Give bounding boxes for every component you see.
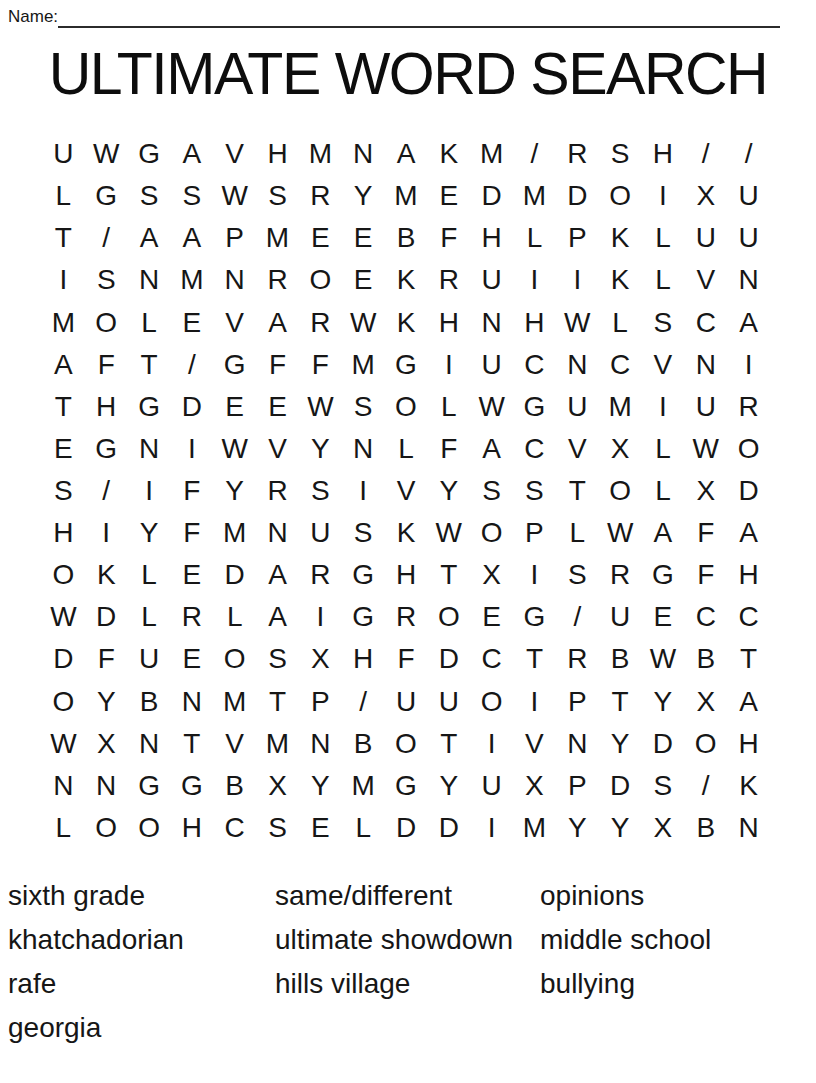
grid-cell-r12c13[interactable]: / <box>556 596 599 638</box>
grid-cell-r1c16[interactable]: / <box>684 133 727 175</box>
grid-cell-r3c12[interactable]: L <box>513 217 556 259</box>
grid-cell-r12c7[interactable]: I <box>299 596 342 638</box>
grid-cell-r2c10[interactable]: E <box>427 175 470 217</box>
grid-cell-r16c3[interactable]: G <box>128 765 171 807</box>
grid-cell-r9c6[interactable]: R <box>256 470 299 512</box>
grid-cell-r5c15[interactable]: S <box>642 301 685 343</box>
grid-cell-r1c3[interactable]: G <box>128 133 171 175</box>
grid-cell-r11c10[interactable]: T <box>427 554 470 596</box>
grid-cell-r9c14[interactable]: O <box>599 470 642 512</box>
grid-cell-r10c1[interactable]: H <box>42 512 85 554</box>
grid-cell-r17c9[interactable]: D <box>385 807 428 849</box>
word-item-rafe: rafe <box>8 962 184 1006</box>
grid-cell-r11c16[interactable]: F <box>684 554 727 596</box>
grid-cell-r5c17[interactable]: A <box>727 301 770 343</box>
grid-cell-r10c14[interactable]: W <box>599 512 642 554</box>
grid-cell-r15c6[interactable]: M <box>256 723 299 765</box>
grid-cell-r5c14[interactable]: L <box>599 301 642 343</box>
grid-cell-r17c10[interactable]: D <box>427 807 470 849</box>
grid-cell-r2c17[interactable]: U <box>727 175 770 217</box>
grid-cell-r6c14[interactable]: C <box>599 344 642 386</box>
grid-cell-r17c4[interactable]: H <box>170 807 213 849</box>
grid-cell-r3c8[interactable]: E <box>342 217 385 259</box>
grid-cell-r4c17[interactable]: N <box>727 259 770 301</box>
grid-cell-r10c6[interactable]: N <box>256 512 299 554</box>
grid-cell-r10c7[interactable]: U <box>299 512 342 554</box>
grid-cell-r16c9[interactable]: G <box>385 765 428 807</box>
grid-cell-r1c7[interactable]: M <box>299 133 342 175</box>
grid-cell-r3c7[interactable]: E <box>299 217 342 259</box>
grid-cell-r17c17[interactable]: N <box>727 807 770 849</box>
grid-cell-r4c12[interactable]: I <box>513 259 556 301</box>
grid-cell-r10c3[interactable]: Y <box>128 512 171 554</box>
grid-cell-r6c6[interactable]: F <box>256 344 299 386</box>
grid-cell-r7c9[interactable]: O <box>385 386 428 428</box>
word-item-middle-school: middle school <box>540 918 711 962</box>
grid-cell-r15c13[interactable]: N <box>556 723 599 765</box>
grid-cell-r7c6[interactable]: E <box>256 386 299 428</box>
grid-cell-r2c1[interactable]: L <box>42 175 85 217</box>
grid-cell-r1c5[interactable]: V <box>213 133 256 175</box>
grid-cell-r13c3[interactable]: U <box>128 638 171 680</box>
grid-cell-r14c5[interactable]: M <box>213 681 256 723</box>
grid-cell-r9c10[interactable]: Y <box>427 470 470 512</box>
grid-cell-r7c2[interactable]: H <box>85 386 128 428</box>
word-item-bullying: bullying <box>540 962 711 1006</box>
grid-cell-r5c4[interactable]: E <box>170 301 213 343</box>
grid-cell-r14c12[interactable]: I <box>513 681 556 723</box>
grid-cell-r2c14[interactable]: O <box>599 175 642 217</box>
grid-cell-r14c7[interactable]: P <box>299 681 342 723</box>
grid-cell-r11c11[interactable]: X <box>470 554 513 596</box>
grid-cell-r3c4[interactable]: A <box>170 217 213 259</box>
grid-cell-r16c15[interactable]: S <box>642 765 685 807</box>
grid-cell-r12c9[interactable]: R <box>385 596 428 638</box>
grid-cell-r11c6[interactable]: A <box>256 554 299 596</box>
grid-cell-r13c16[interactable]: B <box>684 638 727 680</box>
grid-cell-r14c2[interactable]: Y <box>85 681 128 723</box>
grid-cell-r6c3[interactable]: T <box>128 344 171 386</box>
grid-cell-r15c11[interactable]: I <box>470 723 513 765</box>
grid-cell-r4c8[interactable]: E <box>342 259 385 301</box>
grid-cell-r9c11[interactable]: S <box>470 470 513 512</box>
grid-cell-r11c4[interactable]: E <box>170 554 213 596</box>
grid-cell-r16c8[interactable]: M <box>342 765 385 807</box>
grid-cell-r12c8[interactable]: G <box>342 596 385 638</box>
grid-cell-r6c9[interactable]: G <box>385 344 428 386</box>
grid-cell-r11c2[interactable]: K <box>85 554 128 596</box>
grid-cell-r12c4[interactable]: R <box>170 596 213 638</box>
grid-cell-r10c4[interactable]: F <box>170 512 213 554</box>
grid-cell-r13c10[interactable]: D <box>427 638 470 680</box>
grid-cell-r12c12[interactable]: G <box>513 596 556 638</box>
grid-cell-r14c1[interactable]: O <box>42 681 85 723</box>
grid-cell-r5c7[interactable]: R <box>299 301 342 343</box>
grid-cell-r4c13[interactable]: I <box>556 259 599 301</box>
grid-cell-r4c4[interactable]: M <box>170 259 213 301</box>
grid-cell-r13c9[interactable]: F <box>385 638 428 680</box>
grid-cell-r2c9[interactable]: M <box>385 175 428 217</box>
grid-cell-r12c15[interactable]: E <box>642 596 685 638</box>
grid-cell-r6c17[interactable]: I <box>727 344 770 386</box>
grid-cell-r17c2[interactable]: O <box>85 807 128 849</box>
grid-cell-r6c8[interactable]: M <box>342 344 385 386</box>
grid-cell-r1c6[interactable]: H <box>256 133 299 175</box>
grid-cell-r14c4[interactable]: N <box>170 681 213 723</box>
grid-cell-r13c15[interactable]: W <box>642 638 685 680</box>
grid-cell-r14c8[interactable]: / <box>342 681 385 723</box>
grid-cell-r13c7[interactable]: X <box>299 638 342 680</box>
grid-cell-r15c10[interactable]: T <box>427 723 470 765</box>
grid-cell-r10c17[interactable]: A <box>727 512 770 554</box>
grid-cell-r14c11[interactable]: O <box>470 681 513 723</box>
grid-cell-r13c4[interactable]: E <box>170 638 213 680</box>
grid-cell-r3c9[interactable]: B <box>385 217 428 259</box>
grid-cell-r12c3[interactable]: L <box>128 596 171 638</box>
grid-cell-r7c12[interactable]: G <box>513 386 556 428</box>
grid-cell-r4c7[interactable]: O <box>299 259 342 301</box>
grid-cell-r14c14[interactable]: T <box>599 681 642 723</box>
grid-cell-r14c3[interactable]: B <box>128 681 171 723</box>
grid-cell-r3c16[interactable]: U <box>684 217 727 259</box>
grid-cell-r16c12[interactable]: X <box>513 765 556 807</box>
grid-cell-r6c2[interactable]: F <box>85 344 128 386</box>
grid-cell-r5c1[interactable]: M <box>42 301 85 343</box>
grid-cell-r1c4[interactable]: A <box>170 133 213 175</box>
grid-cell-r1c11[interactable]: M <box>470 133 513 175</box>
word-item-khatchadorian: khatchadorian <box>8 918 184 962</box>
grid-cell-r4c9[interactable]: K <box>385 259 428 301</box>
grid-cell-r1c9[interactable]: A <box>385 133 428 175</box>
grid-cell-r6c5[interactable]: G <box>213 344 256 386</box>
grid-cell-r13c6[interactable]: S <box>256 638 299 680</box>
grid-cell-r17c13[interactable]: Y <box>556 807 599 849</box>
grid-cell-r8c15[interactable]: L <box>642 428 685 470</box>
grid-cell-r4c15[interactable]: L <box>642 259 685 301</box>
grid-cell-r3c10[interactable]: F <box>427 217 470 259</box>
grid-cell-r10c9[interactable]: K <box>385 512 428 554</box>
word-search-grid: UWGAVHMNAKM/RSH//LGSSWSRYMEDMDOIXUT/AAPM… <box>42 133 770 849</box>
grid-cell-r17c7[interactable]: E <box>299 807 342 849</box>
grid-cell-r14c9[interactable]: U <box>385 681 428 723</box>
grid-cell-r7c7[interactable]: W <box>299 386 342 428</box>
grid-cell-r6c16[interactable]: N <box>684 344 727 386</box>
grid-cell-r8c6[interactable]: V <box>256 428 299 470</box>
grid-cell-r10c5[interactable]: M <box>213 512 256 554</box>
grid-cell-r4c16[interactable]: V <box>684 259 727 301</box>
grid-cell-r13c8[interactable]: H <box>342 638 385 680</box>
grid-cell-r15c17[interactable]: H <box>727 723 770 765</box>
grid-cell-r7c11[interactable]: W <box>470 386 513 428</box>
grid-cell-r16c7[interactable]: Y <box>299 765 342 807</box>
grid-cell-r5c11[interactable]: N <box>470 301 513 343</box>
grid-cell-r9c9[interactable]: V <box>385 470 428 512</box>
grid-cell-r5c9[interactable]: K <box>385 301 428 343</box>
grid-cell-r2c15[interactable]: I <box>642 175 685 217</box>
grid-cell-r8c17[interactable]: O <box>727 428 770 470</box>
grid-cell-r13c11[interactable]: C <box>470 638 513 680</box>
grid-cell-r14c17[interactable]: A <box>727 681 770 723</box>
grid-cell-r8c14[interactable]: X <box>599 428 642 470</box>
grid-cell-r9c7[interactable]: S <box>299 470 342 512</box>
grid-cell-r16c13[interactable]: P <box>556 765 599 807</box>
grid-cell-r8c16[interactable]: W <box>684 428 727 470</box>
grid-cell-r7c1[interactable]: T <box>42 386 85 428</box>
grid-cell-r12c14[interactable]: U <box>599 596 642 638</box>
grid-cell-r9c13[interactable]: T <box>556 470 599 512</box>
grid-cell-r5c16[interactable]: C <box>684 301 727 343</box>
grid-cell-r13c12[interactable]: T <box>513 638 556 680</box>
grid-cell-r17c8[interactable]: L <box>342 807 385 849</box>
grid-cell-r8c11[interactable]: A <box>470 428 513 470</box>
grid-cell-r7c15[interactable]: I <box>642 386 685 428</box>
grid-cell-r15c4[interactable]: T <box>170 723 213 765</box>
grid-cell-r12c11[interactable]: E <box>470 596 513 638</box>
grid-cell-r10c15[interactable]: A <box>642 512 685 554</box>
grid-cell-r8c5[interactable]: W <box>213 428 256 470</box>
grid-cell-r4c10[interactable]: R <box>427 259 470 301</box>
grid-cell-r1c15[interactable]: H <box>642 133 685 175</box>
grid-cell-r3c1[interactable]: T <box>42 217 85 259</box>
grid-cell-r15c1[interactable]: W <box>42 723 85 765</box>
grid-cell-r7c17[interactable]: R <box>727 386 770 428</box>
grid-cell-r11c3[interactable]: L <box>128 554 171 596</box>
grid-cell-r3c14[interactable]: K <box>599 217 642 259</box>
grid-cell-r7c4[interactable]: D <box>170 386 213 428</box>
grid-cell-r8c10[interactable]: F <box>427 428 470 470</box>
grid-cell-r8c12[interactable]: C <box>513 428 556 470</box>
grid-cell-r12c17[interactable]: C <box>727 596 770 638</box>
grid-cell-r17c12[interactable]: M <box>513 807 556 849</box>
grid-cell-r3c17[interactable]: U <box>727 217 770 259</box>
grid-cell-r11c8[interactable]: G <box>342 554 385 596</box>
grid-cell-r10c13[interactable]: L <box>556 512 599 554</box>
grid-cell-r9c15[interactable]: L <box>642 470 685 512</box>
grid-cell-r6c15[interactable]: V <box>642 344 685 386</box>
grid-cell-r3c15[interactable]: L <box>642 217 685 259</box>
grid-cell-r13c17[interactable]: T <box>727 638 770 680</box>
grid-cell-r16c2[interactable]: N <box>85 765 128 807</box>
grid-cell-r9c1[interactable]: S <box>42 470 85 512</box>
grid-cell-r15c5[interactable]: V <box>213 723 256 765</box>
grid-cell-r5c8[interactable]: W <box>342 301 385 343</box>
grid-cell-r12c10[interactable]: O <box>427 596 470 638</box>
grid-cell-r5c12[interactable]: H <box>513 301 556 343</box>
grid-cell-r5c2[interactable]: O <box>85 301 128 343</box>
grid-cell-r13c1[interactable]: D <box>42 638 85 680</box>
grid-cell-r6c7[interactable]: F <box>299 344 342 386</box>
grid-cell-r6c12[interactable]: C <box>513 344 556 386</box>
grid-cell-r11c14[interactable]: R <box>599 554 642 596</box>
grid-cell-r11c7[interactable]: R <box>299 554 342 596</box>
grid-cell-r6c10[interactable]: I <box>427 344 470 386</box>
grid-cell-r16c10[interactable]: Y <box>427 765 470 807</box>
grid-cell-r4c2[interactable]: S <box>85 259 128 301</box>
grid-cell-r17c6[interactable]: S <box>256 807 299 849</box>
grid-cell-r8c2[interactable]: G <box>85 428 128 470</box>
grid-cell-r15c15[interactable]: D <box>642 723 685 765</box>
grid-cell-r15c8[interactable]: B <box>342 723 385 765</box>
word-list-column-2: same/different ultimate showdown hills v… <box>275 874 513 1006</box>
grid-cell-r3c6[interactable]: M <box>256 217 299 259</box>
grid-cell-r15c2[interactable]: X <box>85 723 128 765</box>
grid-cell-r17c14[interactable]: Y <box>599 807 642 849</box>
grid-cell-r6c11[interactable]: U <box>470 344 513 386</box>
word-list-column-3: opinions middle school bullying <box>540 874 711 1006</box>
grid-cell-r17c16[interactable]: B <box>684 807 727 849</box>
grid-cell-r11c5[interactable]: D <box>213 554 256 596</box>
grid-cell-r7c13[interactable]: U <box>556 386 599 428</box>
grid-cell-r15c16[interactable]: O <box>684 723 727 765</box>
grid-cell-r1c13[interactable]: R <box>556 133 599 175</box>
grid-cell-r12c5[interactable]: L <box>213 596 256 638</box>
grid-cell-r1c14[interactable]: S <box>599 133 642 175</box>
grid-cell-r5c10[interactable]: H <box>427 301 470 343</box>
grid-cell-r11c12[interactable]: I <box>513 554 556 596</box>
grid-cell-r8c4[interactable]: I <box>170 428 213 470</box>
grid-cell-r4c1[interactable]: I <box>42 259 85 301</box>
grid-cell-r6c4[interactable]: / <box>170 344 213 386</box>
grid-cell-r2c4[interactable]: S <box>170 175 213 217</box>
grid-cell-r7c3[interactable]: G <box>128 386 171 428</box>
grid-cell-r10c8[interactable]: S <box>342 512 385 554</box>
grid-cell-r2c5[interactable]: W <box>213 175 256 217</box>
name-label: Name: <box>8 7 58 27</box>
grid-cell-r17c11[interactable]: I <box>470 807 513 849</box>
grid-cell-r14c10[interactable]: U <box>427 681 470 723</box>
grid-cell-r1c1[interactable]: U <box>42 133 85 175</box>
grid-cell-r3c3[interactable]: A <box>128 217 171 259</box>
grid-cell-r2c12[interactable]: M <box>513 175 556 217</box>
grid-cell-r7c14[interactable]: M <box>599 386 642 428</box>
grid-cell-r10c10[interactable]: W <box>427 512 470 554</box>
grid-cell-r8c7[interactable]: Y <box>299 428 342 470</box>
grid-cell-r9c2[interactable]: / <box>85 470 128 512</box>
grid-cell-r17c1[interactable]: L <box>42 807 85 849</box>
grid-cell-r1c8[interactable]: N <box>342 133 385 175</box>
grid-cell-r2c7[interactable]: R <box>299 175 342 217</box>
grid-cell-r1c17[interactable]: / <box>727 133 770 175</box>
grid-cell-r1c10[interactable]: K <box>427 133 470 175</box>
grid-cell-r8c9[interactable]: L <box>385 428 428 470</box>
grid-cell-r6c13[interactable]: N <box>556 344 599 386</box>
grid-cell-r17c5[interactable]: C <box>213 807 256 849</box>
grid-cell-r9c16[interactable]: X <box>684 470 727 512</box>
grid-cell-r6c1[interactable]: A <box>42 344 85 386</box>
grid-cell-r1c2[interactable]: W <box>85 133 128 175</box>
grid-cell-r5c3[interactable]: L <box>128 301 171 343</box>
grid-cell-r11c17[interactable]: H <box>727 554 770 596</box>
grid-cell-r13c14[interactable]: B <box>599 638 642 680</box>
grid-cell-r10c16[interactable]: F <box>684 512 727 554</box>
grid-cell-r14c15[interactable]: Y <box>642 681 685 723</box>
grid-cell-r3c5[interactable]: P <box>213 217 256 259</box>
grid-cell-r9c5[interactable]: Y <box>213 470 256 512</box>
grid-cell-r3c13[interactable]: P <box>556 217 599 259</box>
grid-cell-r13c2[interactable]: F <box>85 638 128 680</box>
grid-cell-r16c5[interactable]: B <box>213 765 256 807</box>
grid-cell-r12c2[interactable]: D <box>85 596 128 638</box>
grid-cell-r3c11[interactable]: H <box>470 217 513 259</box>
grid-cell-r15c14[interactable]: Y <box>599 723 642 765</box>
grid-cell-r14c13[interactable]: P <box>556 681 599 723</box>
grid-cell-r15c3[interactable]: N <box>128 723 171 765</box>
grid-cell-r15c9[interactable]: O <box>385 723 428 765</box>
grid-cell-r9c17[interactable]: D <box>727 470 770 512</box>
grid-cell-r2c16[interactable]: X <box>684 175 727 217</box>
grid-cell-r8c8[interactable]: N <box>342 428 385 470</box>
grid-cell-r12c1[interactable]: W <box>42 596 85 638</box>
grid-cell-r14c6[interactable]: T <box>256 681 299 723</box>
grid-cell-r16c17[interactable]: K <box>727 765 770 807</box>
grid-cell-r7c16[interactable]: U <box>684 386 727 428</box>
grid-cell-r2c13[interactable]: D <box>556 175 599 217</box>
grid-cell-r5c5[interactable]: V <box>213 301 256 343</box>
grid-cell-r5c13[interactable]: W <box>556 301 599 343</box>
grid-cell-r9c3[interactable]: I <box>128 470 171 512</box>
grid-cell-r8c13[interactable]: V <box>556 428 599 470</box>
grid-cell-r9c8[interactable]: I <box>342 470 385 512</box>
name-blank-line <box>58 9 780 28</box>
grid-cell-r16c11[interactable]: U <box>470 765 513 807</box>
grid-cell-r7c10[interactable]: L <box>427 386 470 428</box>
grid-cell-r16c14[interactable]: D <box>599 765 642 807</box>
grid-cell-r17c15[interactable]: X <box>642 807 685 849</box>
grid-cell-r12c6[interactable]: A <box>256 596 299 638</box>
grid-cell-r2c3[interactable]: S <box>128 175 171 217</box>
grid-cell-r4c5[interactable]: N <box>213 259 256 301</box>
grid-cell-r10c12[interactable]: P <box>513 512 556 554</box>
grid-cell-r4c14[interactable]: K <box>599 259 642 301</box>
grid-cell-r11c15[interactable]: G <box>642 554 685 596</box>
grid-cell-r8c1[interactable]: E <box>42 428 85 470</box>
grid-cell-r4c6[interactable]: R <box>256 259 299 301</box>
grid-cell-r15c12[interactable]: V <box>513 723 556 765</box>
grid-cell-r2c11[interactable]: D <box>470 175 513 217</box>
grid-cell-r9c12[interactable]: S <box>513 470 556 512</box>
word-list-column-1: sixth grade khatchadorian rafe georgia <box>8 874 184 1050</box>
grid-cell-r11c9[interactable]: H <box>385 554 428 596</box>
grid-cell-r1c12[interactable]: / <box>513 133 556 175</box>
grid-cell-r16c1[interactable]: N <box>42 765 85 807</box>
grid-cell-r11c13[interactable]: S <box>556 554 599 596</box>
grid-cell-r15c7[interactable]: N <box>299 723 342 765</box>
grid-cell-r13c5[interactable]: O <box>213 638 256 680</box>
grid-cell-r3c2[interactable]: / <box>85 217 128 259</box>
grid-cell-r4c3[interactable]: N <box>128 259 171 301</box>
grid-cell-r17c3[interactable]: O <box>128 807 171 849</box>
grid-cell-r16c6[interactable]: X <box>256 765 299 807</box>
grid-cell-r2c8[interactable]: Y <box>342 175 385 217</box>
grid-cell-r4c11[interactable]: U <box>470 259 513 301</box>
grid-cell-r5c6[interactable]: A <box>256 301 299 343</box>
grid-cell-r9c4[interactable]: F <box>170 470 213 512</box>
grid-cell-r14c16[interactable]: X <box>684 681 727 723</box>
grid-cell-r2c6[interactable]: S <box>256 175 299 217</box>
word-item-same-different: same/different <box>275 874 513 918</box>
grid-cell-r16c16[interactable]: / <box>684 765 727 807</box>
grid-cell-r10c11[interactable]: O <box>470 512 513 554</box>
grid-cell-r12c16[interactable]: C <box>684 596 727 638</box>
grid-cell-r2c2[interactable]: G <box>85 175 128 217</box>
grid-cell-r8c3[interactable]: N <box>128 428 171 470</box>
grid-cell-r11c1[interactable]: O <box>42 554 85 596</box>
grid-cell-r7c5[interactable]: E <box>213 386 256 428</box>
grid-cell-r13c13[interactable]: R <box>556 638 599 680</box>
grid-cell-r10c2[interactable]: I <box>85 512 128 554</box>
grid-cell-r7c8[interactable]: S <box>342 386 385 428</box>
grid-cell-r16c4[interactable]: G <box>170 765 213 807</box>
